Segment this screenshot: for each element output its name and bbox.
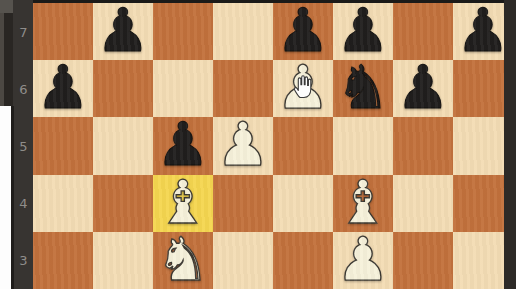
white-pawn-e6[interactable]: ♟ bbox=[276, 59, 330, 116]
chess-board[interactable]: ♟♟♟♟♟♟♞♟♟♟♝♝♞♟ bbox=[33, 3, 513, 289]
square-g3[interactable] bbox=[393, 232, 453, 289]
square-g5[interactable] bbox=[393, 117, 453, 174]
rail-top-box bbox=[0, 0, 13, 13]
square-e4[interactable] bbox=[273, 175, 333, 232]
black-pawn-e7[interactable]: ♟ bbox=[276, 2, 330, 59]
square-b7[interactable]: ♟ bbox=[93, 3, 153, 60]
black-pawn-c5[interactable]: ♟ bbox=[156, 116, 210, 173]
square-d7[interactable] bbox=[213, 3, 273, 60]
square-b3[interactable] bbox=[93, 232, 153, 289]
square-a6[interactable]: ♟ bbox=[33, 60, 93, 117]
square-b4[interactable] bbox=[93, 175, 153, 232]
rank-label-7: 7 bbox=[14, 24, 33, 39]
square-g6[interactable]: ♟ bbox=[393, 60, 453, 117]
square-b6[interactable] bbox=[93, 60, 153, 117]
square-f6[interactable]: ♞ bbox=[333, 60, 393, 117]
black-pawn-f7[interactable]: ♟ bbox=[336, 2, 390, 59]
square-c3[interactable]: ♞ bbox=[153, 232, 213, 289]
app-screen: 76543 ♟♟♟♟♟♟♞♟♟♟♝♝♞♟ bbox=[0, 0, 516, 289]
black-pawn-h7[interactable]: ♟ bbox=[456, 2, 510, 59]
square-a4[interactable] bbox=[33, 175, 93, 232]
square-a3[interactable] bbox=[33, 232, 93, 289]
square-d3[interactable] bbox=[213, 232, 273, 289]
square-d4[interactable] bbox=[213, 175, 273, 232]
black-pawn-b7[interactable]: ♟ bbox=[96, 2, 150, 59]
square-f3[interactable]: ♟ bbox=[333, 232, 393, 289]
white-knight-c3[interactable]: ♞ bbox=[156, 231, 210, 288]
rank-label-3: 3 bbox=[14, 253, 33, 268]
white-pawn-f3[interactable]: ♟ bbox=[336, 231, 390, 288]
white-bishop-c4[interactable]: ♝ bbox=[156, 174, 210, 231]
rank-label-4: 4 bbox=[14, 196, 33, 211]
square-e5[interactable] bbox=[273, 117, 333, 174]
square-b5[interactable] bbox=[93, 117, 153, 174]
square-d5[interactable]: ♟ bbox=[213, 117, 273, 174]
rank-label-5: 5 bbox=[14, 139, 33, 154]
square-e6[interactable]: ♟ bbox=[273, 60, 333, 117]
black-pawn-a6[interactable]: ♟ bbox=[36, 59, 90, 116]
square-a5[interactable] bbox=[33, 117, 93, 174]
top-window-edge bbox=[33, 0, 516, 3]
square-c7[interactable] bbox=[153, 3, 213, 60]
white-bishop-f4[interactable]: ♝ bbox=[336, 174, 390, 231]
left-white-panel bbox=[0, 106, 11, 289]
black-pawn-g6[interactable]: ♟ bbox=[396, 59, 450, 116]
square-g4[interactable] bbox=[393, 175, 453, 232]
left-coordinate-rail: 76543 bbox=[0, 0, 33, 289]
square-e3[interactable] bbox=[273, 232, 333, 289]
black-knight-f6[interactable]: ♞ bbox=[336, 59, 390, 116]
right-side-bar bbox=[504, 0, 516, 289]
white-pawn-d5[interactable]: ♟ bbox=[216, 116, 270, 173]
rail-dark-strip bbox=[0, 13, 13, 106]
rank-label-6: 6 bbox=[14, 81, 33, 96]
rail-inner-line bbox=[0, 13, 4, 106]
